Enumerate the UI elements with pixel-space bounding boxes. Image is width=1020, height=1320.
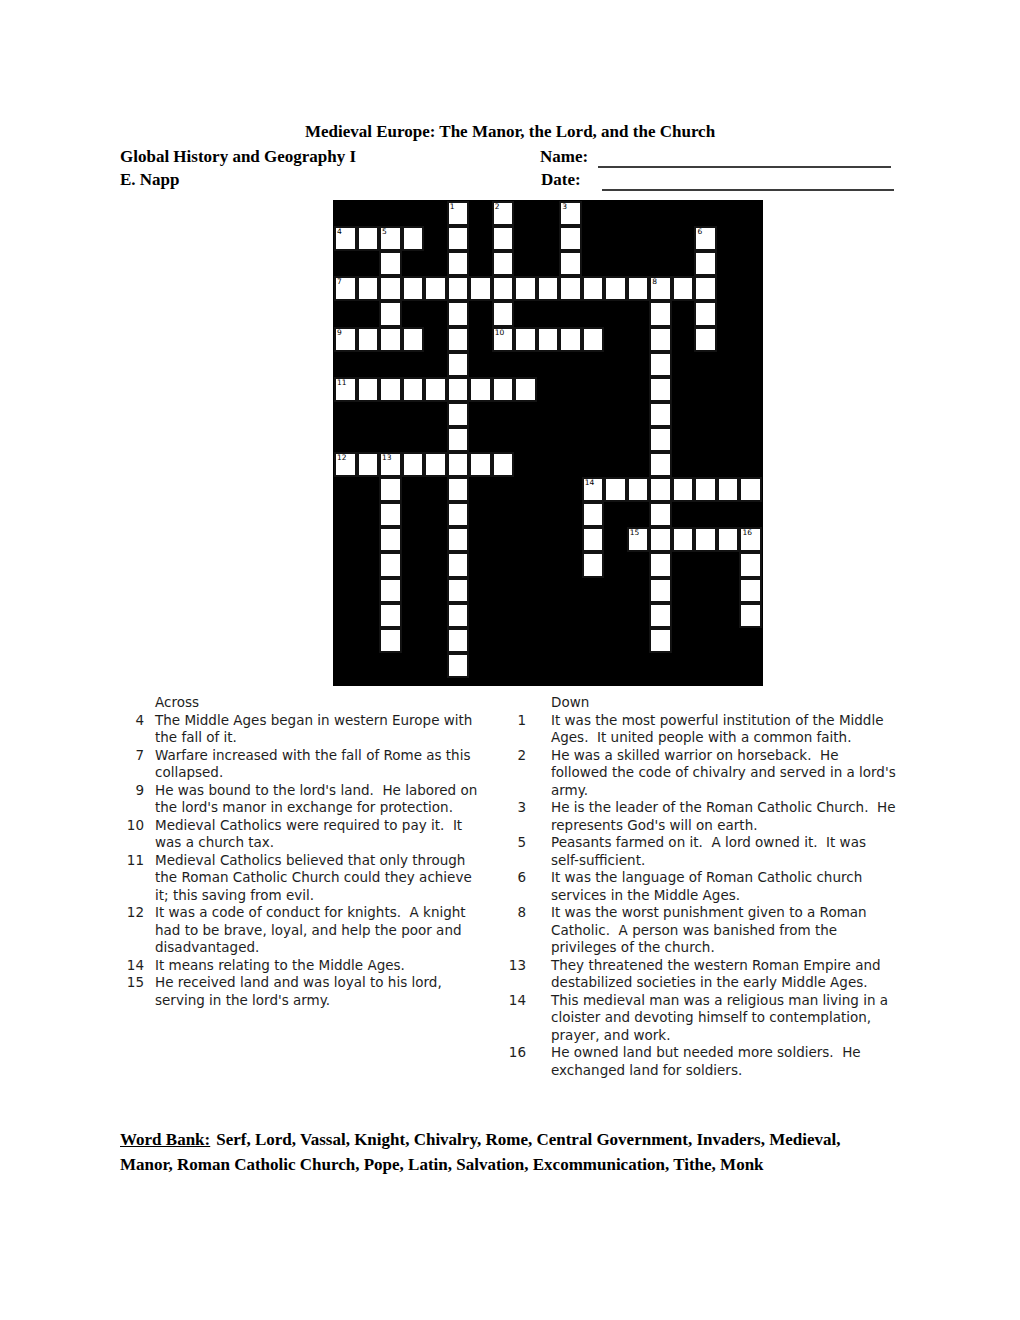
down-list: 1It was the most powerful institution of… (505, 712, 897, 1080)
block-cell (469, 427, 492, 452)
cell-r4-c16[interactable] (694, 301, 717, 326)
block-cell (514, 603, 537, 628)
block-cell (739, 301, 762, 326)
clue-num-label: 5 (505, 834, 526, 852)
block-cell (717, 226, 740, 251)
block-cell (334, 251, 357, 276)
block-cell (492, 402, 515, 427)
clue-number-7: 7 (337, 277, 342, 286)
block-cell (717, 653, 740, 678)
block-cell (627, 377, 650, 402)
block-cell (514, 527, 537, 552)
block-cell (379, 653, 402, 678)
down-heading: Down (551, 694, 897, 712)
cell-r13-c16[interactable] (694, 527, 717, 552)
cell-r7-c5[interactable] (447, 377, 470, 402)
block-cell (717, 377, 740, 402)
cell-r0-c5[interactable]: 1 (447, 201, 470, 226)
cell-r7-c4[interactable] (424, 377, 447, 402)
cell-r7-c2[interactable] (379, 377, 402, 402)
teacher-name: E. Napp (120, 170, 180, 190)
block-cell (469, 402, 492, 427)
block-cell (649, 201, 672, 226)
block-cell (334, 352, 357, 377)
clue-text: Peasants farmed on it. A lord owned it. … (551, 834, 897, 869)
block-cell (424, 628, 447, 653)
block-cell (537, 653, 560, 678)
block-cell (604, 427, 627, 452)
block-cell (694, 402, 717, 427)
clue-num-label: 15 (126, 974, 144, 992)
block-cell (514, 352, 537, 377)
block-cell (469, 201, 492, 226)
cell-r7-c6[interactable] (469, 377, 492, 402)
block-cell (559, 352, 582, 377)
cell-r2-c10[interactable] (559, 251, 582, 276)
cell-r3-c14[interactable]: 8 (649, 276, 672, 301)
cell-r17-c5[interactable] (447, 628, 470, 653)
cell-r11-c12[interactable] (604, 477, 627, 502)
cell-r2-c5[interactable] (447, 251, 470, 276)
block-cell (537, 552, 560, 577)
cell-r5-c11[interactable] (582, 327, 605, 352)
block-cell (492, 352, 515, 377)
across-clue-15: 15He received land and was loyal to his … (126, 974, 484, 1009)
block-cell (424, 327, 447, 352)
clue-text: It was a code of conduct for knights. A … (155, 904, 484, 957)
cell-r15-c14[interactable] (649, 578, 672, 603)
cell-r10-c2[interactable]: 13 (379, 452, 402, 477)
block-cell (582, 628, 605, 653)
block-cell (672, 352, 695, 377)
block-cell (559, 527, 582, 552)
cell-r1-c16[interactable]: 6 (694, 226, 717, 251)
cell-r5-c8[interactable] (514, 327, 537, 352)
block-cell (627, 502, 650, 527)
clue-text: Warfare increased with the fall of Rome … (155, 747, 484, 782)
block-cell (582, 251, 605, 276)
cell-r6-c14[interactable] (649, 352, 672, 377)
block-cell (604, 201, 627, 226)
cell-r16-c5[interactable] (447, 603, 470, 628)
block-cell (424, 527, 447, 552)
cell-r14-c11[interactable] (582, 552, 605, 577)
cell-r1-c5[interactable] (447, 226, 470, 251)
clue-num-label: 2 (505, 747, 526, 765)
block-cell (649, 251, 672, 276)
across-heading: Across (155, 694, 484, 712)
block-cell (424, 251, 447, 276)
block-cell (604, 578, 627, 603)
block-cell (739, 327, 762, 352)
block-cell (604, 327, 627, 352)
block-cell (537, 352, 560, 377)
clue-number-6: 6 (697, 227, 702, 236)
cell-r3-c12[interactable] (604, 276, 627, 301)
block-cell (469, 653, 492, 678)
cell-r2-c2[interactable] (379, 251, 402, 276)
block-cell (334, 552, 357, 577)
block-cell (469, 301, 492, 326)
cell-r5-c16[interactable] (694, 327, 717, 352)
cell-r11-c13[interactable] (627, 477, 650, 502)
cell-r11-c2[interactable] (379, 477, 402, 502)
block-cell (537, 201, 560, 226)
cell-r3-c4[interactable] (424, 276, 447, 301)
block-cell (334, 477, 357, 502)
cell-r17-c2[interactable] (379, 628, 402, 653)
cell-r10-c14[interactable] (649, 452, 672, 477)
cell-r11-c5[interactable] (447, 477, 470, 502)
cell-r0-c10[interactable]: 3 (559, 201, 582, 226)
block-cell (559, 502, 582, 527)
cell-r2-c7[interactable] (492, 251, 515, 276)
clue-number-14: 14 (585, 478, 595, 487)
block-cell (717, 251, 740, 276)
cell-r15-c18[interactable] (739, 578, 762, 603)
block-cell (357, 427, 380, 452)
block-cell (672, 578, 695, 603)
block-cell (672, 452, 695, 477)
cell-r0-c7[interactable]: 2 (492, 201, 515, 226)
block-cell (402, 402, 425, 427)
down-clue-16: 16He owned land but needed more soldiers… (505, 1044, 897, 1079)
cell-r11-c17[interactable] (717, 477, 740, 502)
cell-r6-c5[interactable] (447, 352, 470, 377)
cell-r4-c7[interactable] (492, 301, 515, 326)
cell-r7-c14[interactable] (649, 377, 672, 402)
block-cell (649, 653, 672, 678)
cell-r10-c1[interactable] (357, 452, 380, 477)
block-cell (672, 226, 695, 251)
cell-r3-c3[interactable] (402, 276, 425, 301)
word-bank: Word Bank:Serf, Lord, Vassal, Knight, Ch… (120, 1128, 892, 1177)
cell-r13-c11[interactable] (582, 527, 605, 552)
block-cell (514, 653, 537, 678)
cell-r3-c9[interactable] (537, 276, 560, 301)
cell-r5-c10[interactable] (559, 327, 582, 352)
block-cell (469, 226, 492, 251)
down-clue-5: 5Peasants farmed on it. A lord owned it.… (505, 834, 897, 869)
cell-r13-c13[interactable]: 15 (627, 527, 650, 552)
down-clue-8: 8It was the worst punishment given to a … (505, 904, 897, 957)
cell-r4-c5[interactable] (447, 301, 470, 326)
block-cell (492, 552, 515, 577)
cell-r13-c15[interactable] (672, 527, 695, 552)
block-cell (672, 427, 695, 452)
cell-r16-c2[interactable] (379, 603, 402, 628)
block-cell (334, 201, 357, 226)
block-cell (717, 452, 740, 477)
cell-r5-c3[interactable] (402, 327, 425, 352)
cell-r9-c5[interactable] (447, 427, 470, 452)
cell-r2-c16[interactable] (694, 251, 717, 276)
cell-r3-c16[interactable] (694, 276, 717, 301)
cell-r12-c14[interactable] (649, 502, 672, 527)
cell-r9-c14[interactable] (649, 427, 672, 452)
block-cell (469, 603, 492, 628)
block-cell (357, 578, 380, 603)
clue-text: It was the language of Roman Catholic ch… (551, 869, 897, 904)
block-cell (627, 352, 650, 377)
block-cell (627, 327, 650, 352)
block-cell (402, 477, 425, 502)
block-cell (582, 201, 605, 226)
cell-r5-c14[interactable] (649, 327, 672, 352)
block-cell (357, 251, 380, 276)
cell-r10-c6[interactable] (469, 452, 492, 477)
cell-r14-c2[interactable] (379, 552, 402, 577)
block-cell (334, 603, 357, 628)
cell-r14-c18[interactable] (739, 552, 762, 577)
block-cell (739, 226, 762, 251)
clue-num-label: 8 (505, 904, 526, 922)
cell-r3-c6[interactable] (469, 276, 492, 301)
block-cell (739, 653, 762, 678)
block-cell (379, 402, 402, 427)
block-cell (469, 628, 492, 653)
block-cell (492, 653, 515, 678)
cell-r3-c2[interactable] (379, 276, 402, 301)
down-clue-3: 3He is the leader of the Roman Catholic … (505, 799, 897, 834)
cell-r11-c14[interactable] (649, 477, 672, 502)
cell-r5-c5[interactable] (447, 327, 470, 352)
block-cell (514, 427, 537, 452)
block-cell (469, 251, 492, 276)
block-cell (672, 653, 695, 678)
clue-text: He is the leader of the Roman Catholic C… (551, 799, 897, 834)
cell-r7-c0[interactable]: 11 (334, 377, 357, 402)
down-clue-2: 2He was a skilled warrior on horseback. … (505, 747, 897, 800)
clue-text: Medieval Catholics were required to pay … (155, 817, 484, 852)
block-cell (492, 527, 515, 552)
across-clues-section: Across 4The Middle Ages began in western… (126, 694, 484, 1009)
clue-num-label: 11 (126, 852, 144, 870)
cell-r12-c11[interactable] (582, 502, 605, 527)
word-bank-words: Serf, Lord, Vassal, Knight, Chivalry, Ro… (120, 1130, 841, 1174)
cell-r7-c3[interactable] (402, 377, 425, 402)
block-cell (739, 452, 762, 477)
cell-r5-c7[interactable]: 10 (492, 327, 515, 352)
clue-number-12: 12 (337, 453, 347, 462)
block-cell (739, 377, 762, 402)
block-cell (537, 628, 560, 653)
course-name: Global History and Geography I (120, 147, 356, 167)
block-cell (514, 477, 537, 502)
block-cell (582, 226, 605, 251)
cell-r17-c14[interactable] (649, 628, 672, 653)
cell-r7-c8[interactable] (514, 377, 537, 402)
block-cell (604, 402, 627, 427)
block-cell (357, 653, 380, 678)
cell-r1-c3[interactable] (402, 226, 425, 251)
cell-r1-c2[interactable]: 5 (379, 226, 402, 251)
block-cell (469, 502, 492, 527)
block-cell (357, 402, 380, 427)
block-cell (424, 477, 447, 502)
block-cell (559, 628, 582, 653)
cell-r1-c1[interactable] (357, 226, 380, 251)
cell-r10-c5[interactable] (447, 452, 470, 477)
block-cell (694, 377, 717, 402)
cell-r1-c10[interactable] (559, 226, 582, 251)
date-label: Date: (541, 170, 581, 190)
block-cell (672, 402, 695, 427)
block-cell (424, 552, 447, 577)
block-cell (694, 552, 717, 577)
block-cell (717, 552, 740, 577)
cell-r13-c5[interactable] (447, 527, 470, 552)
cell-r5-c9[interactable] (537, 327, 560, 352)
block-cell (424, 427, 447, 452)
block-cell (379, 352, 402, 377)
block-cell (537, 603, 560, 628)
block-cell (717, 352, 740, 377)
cell-r18-c5[interactable] (447, 653, 470, 678)
cell-r3-c8[interactable] (514, 276, 537, 301)
block-cell (469, 327, 492, 352)
cell-r11-c11[interactable]: 14 (582, 477, 605, 502)
clue-num-label: 14 (505, 992, 526, 1010)
cell-r16-c18[interactable] (739, 603, 762, 628)
clue-number-5: 5 (382, 227, 387, 236)
block-cell (559, 552, 582, 577)
cell-r13-c18[interactable]: 16 (739, 527, 762, 552)
block-cell (469, 477, 492, 502)
clue-text: He was bound to the lord's land. He labo… (155, 782, 484, 817)
block-cell (627, 301, 650, 326)
block-cell (334, 301, 357, 326)
block-cell (672, 552, 695, 577)
cell-r11-c18[interactable] (739, 477, 762, 502)
block-cell (627, 628, 650, 653)
cell-r3-c11[interactable] (582, 276, 605, 301)
clue-text: It means relating to the Middle Ages. (155, 957, 484, 975)
cell-r5-c1[interactable] (357, 327, 380, 352)
block-cell (559, 402, 582, 427)
down-clue-13: 13They threatened the western Roman Empi… (505, 957, 897, 992)
cell-r10-c7[interactable] (492, 452, 515, 477)
cell-r3-c1[interactable] (357, 276, 380, 301)
block-cell (627, 452, 650, 477)
block-cell (717, 578, 740, 603)
clue-number-4: 4 (337, 227, 342, 236)
block-cell (537, 301, 560, 326)
clue-number-2: 2 (495, 202, 500, 211)
cell-r4-c2[interactable] (379, 301, 402, 326)
cell-r3-c10[interactable] (559, 276, 582, 301)
block-cell (604, 301, 627, 326)
cell-r10-c3[interactable] (402, 452, 425, 477)
block-cell (379, 427, 402, 452)
cell-r5-c0[interactable]: 9 (334, 327, 357, 352)
block-cell (627, 251, 650, 276)
block-cell (627, 402, 650, 427)
block-cell (357, 301, 380, 326)
cell-r5-c2[interactable] (379, 327, 402, 352)
block-cell (559, 301, 582, 326)
block-cell (424, 653, 447, 678)
block-cell (694, 578, 717, 603)
block-cell (402, 427, 425, 452)
cell-r14-c5[interactable] (447, 552, 470, 577)
block-cell (582, 402, 605, 427)
cell-r11-c15[interactable] (672, 477, 695, 502)
block-cell (334, 427, 357, 452)
block-cell (334, 527, 357, 552)
date-blank-line[interactable] (602, 172, 894, 191)
cell-r3-c7[interactable] (492, 276, 515, 301)
block-cell (717, 301, 740, 326)
clue-num-label: 9 (126, 782, 144, 800)
block-cell (514, 201, 537, 226)
block-cell (357, 527, 380, 552)
block-cell (604, 653, 627, 678)
block-cell (694, 603, 717, 628)
cell-r3-c15[interactable] (672, 276, 695, 301)
cell-r16-c14[interactable] (649, 603, 672, 628)
cell-r3-c0[interactable]: 7 (334, 276, 357, 301)
name-blank-line[interactable] (598, 149, 891, 168)
block-cell (334, 653, 357, 678)
cell-r8-c5[interactable] (447, 402, 470, 427)
block-cell (537, 402, 560, 427)
cell-r13-c17[interactable] (717, 527, 740, 552)
block-cell (649, 226, 672, 251)
cell-r15-c5[interactable] (447, 578, 470, 603)
cell-r12-c5[interactable] (447, 502, 470, 527)
clue-num-label: 7 (126, 747, 144, 765)
block-cell (694, 628, 717, 653)
block-cell (739, 276, 762, 301)
block-cell (559, 603, 582, 628)
cell-r3-c13[interactable] (627, 276, 650, 301)
block-cell (739, 628, 762, 653)
block-cell (559, 653, 582, 678)
cell-r7-c1[interactable] (357, 377, 380, 402)
cell-r1-c0[interactable]: 4 (334, 226, 357, 251)
block-cell (514, 502, 537, 527)
cell-r10-c0[interactable]: 12 (334, 452, 357, 477)
cell-r12-c2[interactable] (379, 502, 402, 527)
down-clue-1: 1It was the most powerful institution of… (505, 712, 897, 747)
cell-r1-c7[interactable] (492, 226, 515, 251)
cell-r10-c4[interactable] (424, 452, 447, 477)
across-clue-9: 9He was bound to the lord's land. He lab… (126, 782, 484, 817)
cell-r15-c2[interactable] (379, 578, 402, 603)
cell-r13-c14[interactable] (649, 527, 672, 552)
cell-r3-c5[interactable] (447, 276, 470, 301)
cell-r11-c16[interactable] (694, 477, 717, 502)
block-cell (424, 301, 447, 326)
block-cell (334, 402, 357, 427)
cell-r14-c14[interactable] (649, 552, 672, 577)
block-cell (694, 653, 717, 678)
block-cell (492, 578, 515, 603)
clue-num-label: 10 (126, 817, 144, 835)
cell-r4-c14[interactable] (649, 301, 672, 326)
cell-r7-c7[interactable] (492, 377, 515, 402)
block-cell (424, 226, 447, 251)
block-cell (537, 452, 560, 477)
across-clue-14: 14It means relating to the Middle Ages. (126, 957, 484, 975)
clue-number-15: 15 (630, 528, 640, 537)
block-cell (402, 352, 425, 377)
block-cell (739, 352, 762, 377)
block-cell (469, 352, 492, 377)
cell-r8-c14[interactable] (649, 402, 672, 427)
cell-r13-c2[interactable] (379, 527, 402, 552)
